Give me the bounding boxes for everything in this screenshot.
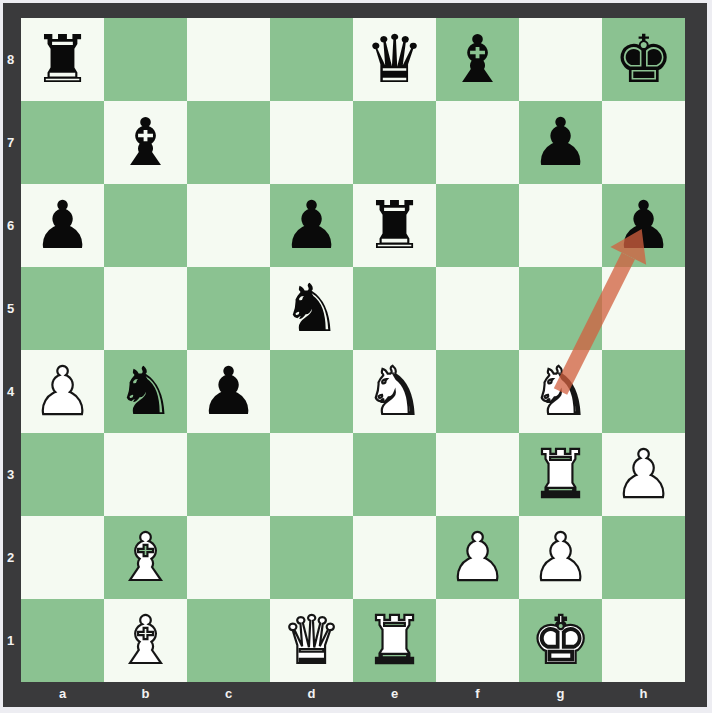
black-bishop: ♝: [116, 110, 175, 176]
square-h8[interactable]: ♚: [602, 18, 685, 101]
white-rook: ♜: [365, 608, 424, 674]
rank-label-1: 1: [0, 599, 21, 682]
square-a5[interactable]: [21, 267, 104, 350]
black-pawn: ♟: [282, 193, 341, 259]
black-pawn: ♟: [614, 193, 673, 259]
square-g7[interactable]: ♟: [519, 101, 602, 184]
square-b4[interactable]: ♞: [104, 350, 187, 433]
square-g5[interactable]: [519, 267, 602, 350]
square-e5[interactable]: [353, 267, 436, 350]
square-d4[interactable]: [270, 350, 353, 433]
black-pawn: ♟: [199, 359, 258, 425]
white-rook: ♜: [531, 442, 590, 508]
black-king: ♚: [614, 27, 673, 93]
white-pawn: ♟: [33, 359, 92, 425]
square-e6[interactable]: ♜: [353, 184, 436, 267]
square-a1[interactable]: [21, 599, 104, 682]
square-d3[interactable]: [270, 433, 353, 516]
white-knight: ♞: [365, 359, 424, 425]
square-g2[interactable]: ♟: [519, 516, 602, 599]
rank-label-7: 7: [0, 101, 21, 184]
square-a2[interactable]: [21, 516, 104, 599]
square-c5[interactable]: [187, 267, 270, 350]
square-f8[interactable]: ♝: [436, 18, 519, 101]
file-label-d: d: [270, 682, 353, 704]
square-c1[interactable]: [187, 599, 270, 682]
square-d1[interactable]: ♛: [270, 599, 353, 682]
rank-labels: 87654321: [0, 18, 21, 682]
white-knight: ♞: [531, 359, 590, 425]
square-b1[interactable]: ♝: [104, 599, 187, 682]
square-a4[interactable]: ♟: [21, 350, 104, 433]
square-c4[interactable]: ♟: [187, 350, 270, 433]
black-pawn: ♟: [531, 110, 590, 176]
square-d2[interactable]: [270, 516, 353, 599]
white-pawn: ♟: [614, 442, 673, 508]
square-h4[interactable]: [602, 350, 685, 433]
square-a8[interactable]: ♜: [21, 18, 104, 101]
square-b3[interactable]: [104, 433, 187, 516]
square-d8[interactable]: [270, 18, 353, 101]
rank-label-4: 4: [0, 350, 21, 433]
square-f4[interactable]: [436, 350, 519, 433]
square-h7[interactable]: [602, 101, 685, 184]
square-e7[interactable]: [353, 101, 436, 184]
square-f2[interactable]: ♟: [436, 516, 519, 599]
file-label-e: e: [353, 682, 436, 704]
square-h6[interactable]: ♟: [602, 184, 685, 267]
square-e8[interactable]: ♛: [353, 18, 436, 101]
square-b5[interactable]: [104, 267, 187, 350]
black-knight: ♞: [282, 276, 341, 342]
file-labels: abcdefgh: [21, 682, 685, 704]
file-label-g: g: [519, 682, 602, 704]
white-bishop: ♝: [116, 525, 175, 591]
square-d7[interactable]: [270, 101, 353, 184]
board: ♜♛♝♚♝♟♟♟♜♟♞♟♞♟♞♞♜♟♝♟♟♝♛♜♚: [21, 18, 685, 682]
square-h5[interactable]: [602, 267, 685, 350]
square-e1[interactable]: ♜: [353, 599, 436, 682]
square-c7[interactable]: [187, 101, 270, 184]
square-e2[interactable]: [353, 516, 436, 599]
chess-diagram: 87654321 ♜♛♝♚♝♟♟♟♜♟♞♟♞♟♞♞♜♟♝♟♟♝♛♜♚ abcde…: [0, 0, 712, 713]
square-b6[interactable]: [104, 184, 187, 267]
rank-label-2: 2: [0, 516, 21, 599]
square-d5[interactable]: ♞: [270, 267, 353, 350]
square-h1[interactable]: [602, 599, 685, 682]
white-queen: ♛: [282, 608, 341, 674]
square-f1[interactable]: [436, 599, 519, 682]
black-rook: ♜: [365, 193, 424, 259]
rank-label-8: 8: [0, 18, 21, 101]
square-b2[interactable]: ♝: [104, 516, 187, 599]
black-bishop: ♝: [448, 27, 507, 93]
white-king: ♚: [531, 608, 590, 674]
file-label-f: f: [436, 682, 519, 704]
white-pawn: ♟: [531, 525, 590, 591]
black-queen: ♛: [365, 27, 424, 93]
square-g8[interactable]: [519, 18, 602, 101]
square-g1[interactable]: ♚: [519, 599, 602, 682]
square-e4[interactable]: ♞: [353, 350, 436, 433]
square-b8[interactable]: [104, 18, 187, 101]
rank-label-5: 5: [0, 267, 21, 350]
square-h3[interactable]: ♟: [602, 433, 685, 516]
square-b7[interactable]: ♝: [104, 101, 187, 184]
square-c6[interactable]: [187, 184, 270, 267]
square-e3[interactable]: [353, 433, 436, 516]
black-pawn: ♟: [33, 193, 92, 259]
file-label-a: a: [21, 682, 104, 704]
square-f3[interactable]: [436, 433, 519, 516]
square-d6[interactable]: ♟: [270, 184, 353, 267]
square-f5[interactable]: [436, 267, 519, 350]
square-a6[interactable]: ♟: [21, 184, 104, 267]
square-g6[interactable]: [519, 184, 602, 267]
square-a7[interactable]: [21, 101, 104, 184]
square-g4[interactable]: ♞: [519, 350, 602, 433]
square-h2[interactable]: [602, 516, 685, 599]
file-label-h: h: [602, 682, 685, 704]
white-pawn: ♟: [448, 525, 507, 591]
file-label-c: c: [187, 682, 270, 704]
square-c8[interactable]: [187, 18, 270, 101]
black-rook: ♜: [33, 27, 92, 93]
white-bishop: ♝: [116, 608, 175, 674]
square-c2[interactable]: [187, 516, 270, 599]
rank-label-3: 3: [0, 433, 21, 516]
square-f6[interactable]: [436, 184, 519, 267]
square-a3[interactable]: [21, 433, 104, 516]
black-knight: ♞: [116, 359, 175, 425]
square-g3[interactable]: ♜: [519, 433, 602, 516]
square-f7[interactable]: [436, 101, 519, 184]
rank-label-6: 6: [0, 184, 21, 267]
file-label-b: b: [104, 682, 187, 704]
square-c3[interactable]: [187, 433, 270, 516]
